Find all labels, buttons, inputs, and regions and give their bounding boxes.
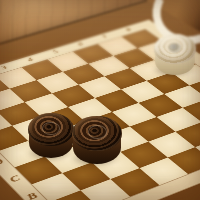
checker-top: [154, 34, 196, 64]
checker-white-F8[interactable]: [154, 34, 196, 76]
checker-top: [72, 116, 122, 151]
photo-scene: HGFEDCBA12345678: [0, 0, 200, 200]
checker-dark-C3[interactable]: [72, 116, 122, 165]
checker-top: [28, 113, 74, 146]
